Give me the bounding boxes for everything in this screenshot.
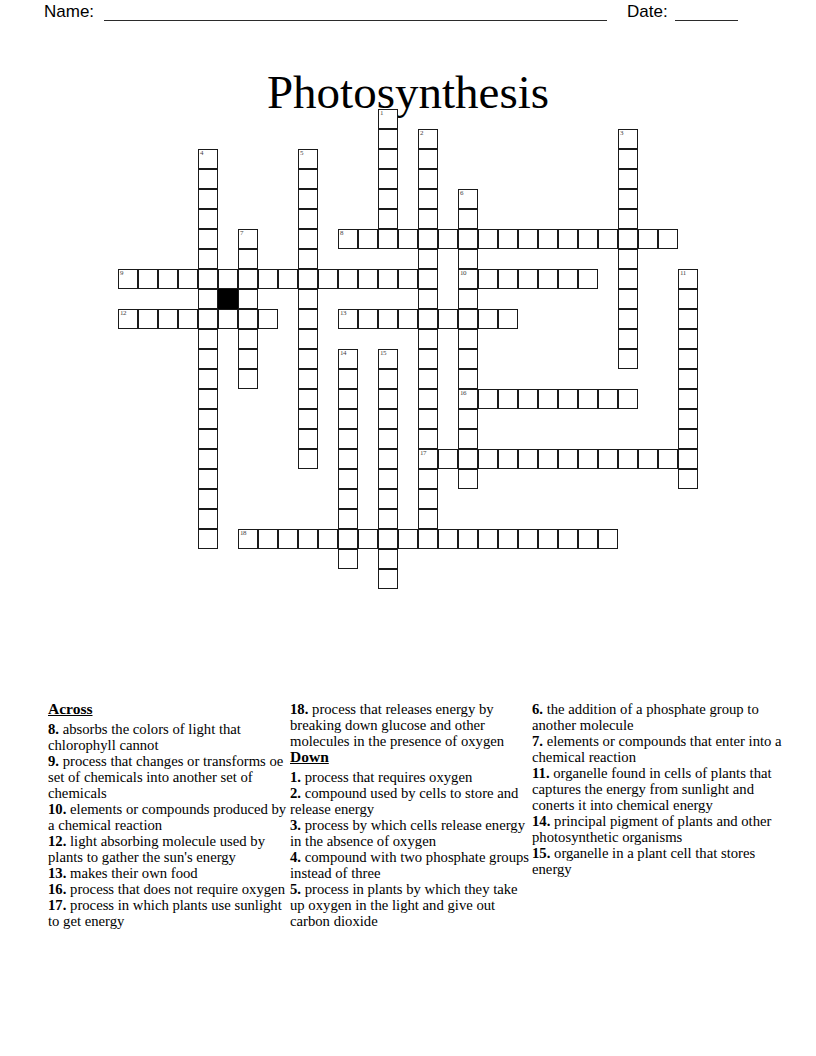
clue-number-label: 13. — [48, 865, 66, 881]
grid-cell — [298, 209, 318, 229]
grid-cell — [478, 529, 498, 549]
grid-cell — [498, 309, 518, 329]
grid-cell — [158, 309, 178, 329]
grid-cell — [198, 229, 218, 249]
clue-number-label: 5. — [290, 881, 301, 897]
grid-cell — [378, 309, 398, 329]
grid-cell: 5 — [298, 149, 318, 169]
grid-cell — [418, 289, 438, 309]
grid-cell — [618, 209, 638, 229]
grid-cell — [518, 269, 538, 289]
grid-cell — [498, 449, 518, 469]
grid-cell — [378, 369, 398, 389]
grid-cell — [458, 209, 478, 229]
grid-cell — [558, 229, 578, 249]
cell-number: 7 — [240, 230, 243, 237]
grid-cell — [498, 389, 518, 409]
name-label: Name: — [44, 2, 94, 22]
grid-cell — [258, 269, 278, 289]
grid-cell — [678, 289, 698, 309]
date-label: Date: — [627, 2, 668, 22]
grid-cell — [438, 449, 458, 469]
clue-number-label: 16. — [48, 881, 66, 897]
grid-cell — [418, 369, 438, 389]
grid-cell — [598, 389, 618, 409]
grid-cell: 12 — [118, 309, 138, 329]
grid-cell — [358, 229, 378, 249]
grid-cell — [338, 409, 358, 429]
grid-cell — [558, 449, 578, 469]
clue-item: 14. principal pigment of plants and othe… — [532, 813, 784, 845]
clue-number-label: 14. — [532, 813, 550, 829]
grid-cell — [438, 229, 458, 249]
grid-cell: 4 — [198, 149, 218, 169]
grid-cell — [458, 409, 478, 429]
clue-item: 2. compound used by cells to store and r… — [290, 785, 533, 817]
grid-cell — [558, 529, 578, 549]
grid-cell — [198, 289, 218, 309]
grid-cell — [198, 349, 218, 369]
cell-number: 2 — [420, 130, 423, 137]
grid-cell — [678, 309, 698, 329]
grid-cell — [198, 429, 218, 449]
grid-cell — [378, 509, 398, 529]
grid-cell — [418, 409, 438, 429]
clue-item: 9. process that changes or transforms oe… — [48, 753, 291, 801]
clue-item: 16. process that does not require oxygen — [48, 881, 291, 897]
grid-cell — [618, 449, 638, 469]
grid-cell — [278, 529, 298, 549]
grid-cell — [298, 269, 318, 289]
grid-cell — [298, 309, 318, 329]
grid-cell — [298, 409, 318, 429]
grid-cell — [198, 409, 218, 429]
clue-text: compound with two phosphate groups inste… — [290, 849, 529, 881]
grid-cell — [378, 149, 398, 169]
grid-cell — [298, 369, 318, 389]
clue-text: elements or compounds produced by a chem… — [48, 801, 286, 833]
grid-cell — [338, 549, 358, 569]
grid-cell — [498, 229, 518, 249]
grid-cell — [258, 529, 278, 549]
clue-item: 3. process by which cells release energy… — [290, 817, 533, 849]
grid-cell — [618, 269, 638, 289]
cell-number: 12 — [120, 310, 126, 317]
grid-cell — [338, 489, 358, 509]
clue-number-label: 3. — [290, 817, 301, 833]
grid-cell — [198, 249, 218, 269]
grid-cell — [198, 169, 218, 189]
grid-cell — [398, 269, 418, 289]
grid-cell — [238, 309, 258, 329]
grid-cell: 8 — [338, 229, 358, 249]
clue-list-heading-down: Down — [290, 749, 533, 765]
grid-cell — [318, 269, 338, 289]
grid-cell — [418, 149, 438, 169]
grid-cell — [618, 149, 638, 169]
grid-cell — [458, 289, 478, 309]
grid-cell — [238, 369, 258, 389]
grid-cell: 7 — [238, 229, 258, 249]
grid-cell — [678, 369, 698, 389]
grid-cell — [678, 409, 698, 429]
cell-number: 4 — [200, 150, 203, 157]
grid-cell — [238, 249, 258, 269]
grid-cell — [378, 269, 398, 289]
clue-number-label: 15. — [532, 845, 550, 861]
name-blank-line — [104, 20, 607, 21]
grid-cell: 10 — [458, 269, 478, 289]
grid-cell — [498, 529, 518, 549]
grid-cell — [298, 429, 318, 449]
clue-text: the addition of a phosphate group to ano… — [532, 701, 759, 733]
clue-text: compound used by cells to store and rele… — [290, 785, 518, 817]
grid-cell — [478, 269, 498, 289]
grid-cell — [658, 229, 678, 249]
clue-text: light absorbing molecule used by plants … — [48, 833, 265, 865]
clue-text: organelle in a plant cell that stores en… — [532, 845, 755, 877]
grid-cell — [298, 289, 318, 309]
grid-cell — [378, 549, 398, 569]
grid-cell — [378, 389, 398, 409]
clue-item: 6. the addition of a phosphate group to … — [532, 701, 784, 733]
grid-cell — [538, 389, 558, 409]
clue-list-heading-across: Across — [48, 701, 291, 717]
grid-cell — [438, 529, 458, 549]
grid-cell — [318, 529, 338, 549]
cell-number: 14 — [340, 350, 346, 357]
clue-text: process by which cells release energy in… — [290, 817, 525, 849]
grid-cell — [138, 309, 158, 329]
grid-cell: 18 — [238, 529, 258, 549]
cell-number: 9 — [120, 270, 123, 277]
grid-cell — [618, 229, 638, 249]
grid-cell — [418, 209, 438, 229]
clue-text: process that requires oxygen — [301, 769, 472, 785]
grid-cell — [238, 329, 258, 349]
grid-cell — [518, 229, 538, 249]
grid-cell — [338, 429, 358, 449]
grid-cell: 15 — [378, 349, 398, 369]
grid-cell — [658, 449, 678, 469]
cell-number: 17 — [420, 450, 426, 457]
grid-cell — [438, 309, 458, 329]
clue-number-label: 4. — [290, 849, 301, 865]
clue-number-label: 7. — [532, 733, 543, 749]
grid-cell — [518, 389, 538, 409]
clue-text: makes their own food — [66, 865, 197, 881]
grid-cell: 11 — [678, 269, 698, 289]
cell-number: 10 — [460, 270, 466, 277]
grid-cell — [358, 529, 378, 549]
grid-cell — [378, 409, 398, 429]
grid-cell — [458, 229, 478, 249]
grid-cell — [418, 169, 438, 189]
clue-column-down: 6. the addition of a phosphate group to … — [532, 701, 784, 877]
clue-number-label: 6. — [532, 701, 543, 717]
grid-cell — [378, 449, 398, 469]
clue-text: principal pigment of plants and other ph… — [532, 813, 771, 845]
grid-cell — [298, 249, 318, 269]
grid-cell — [458, 529, 478, 549]
grid-cell — [218, 269, 238, 289]
grid-cell — [578, 269, 598, 289]
grid-cell — [578, 529, 598, 549]
grid-cell — [518, 449, 538, 469]
grid-cell — [178, 269, 198, 289]
grid-cell — [638, 449, 658, 469]
grid-cell — [298, 529, 318, 549]
clue-item: 10. elements or compounds produced by a … — [48, 801, 291, 833]
grid-cell — [478, 309, 498, 329]
grid-cell — [198, 329, 218, 349]
grid-cell — [678, 349, 698, 369]
grid-cell — [378, 169, 398, 189]
grid-cell — [378, 569, 398, 589]
cell-number: 5 — [300, 150, 303, 157]
grid-cell — [538, 269, 558, 289]
grid-cell — [458, 309, 478, 329]
grid-cell — [178, 309, 198, 329]
grid-cell — [458, 369, 478, 389]
grid-cell — [418, 329, 438, 349]
grid-cell — [198, 389, 218, 409]
grid-cell — [238, 289, 258, 309]
grid-cell — [198, 489, 218, 509]
grid-cell: 17 — [418, 449, 438, 469]
grid-cell — [638, 229, 658, 249]
cell-number: 6 — [460, 190, 463, 197]
grid-cell: 3 — [618, 129, 638, 149]
grid-cell — [398, 309, 418, 329]
grid-cell — [158, 269, 178, 289]
clue-number-label: 1. — [290, 769, 301, 785]
grid-cell — [418, 349, 438, 369]
clue-number-label: 18. — [290, 701, 308, 717]
clue-text: process that changes or transforms oe se… — [48, 753, 283, 801]
grid-cell — [398, 529, 418, 549]
clue-item: 7. elements or compounds that enter into… — [532, 733, 784, 765]
grid-cell — [138, 269, 158, 289]
grid-cell — [418, 509, 438, 529]
grid-cell — [298, 169, 318, 189]
clue-item: 15. organelle in a plant cell that store… — [532, 845, 784, 877]
grid-cell: 9 — [118, 269, 138, 289]
grid-cell: 6 — [458, 189, 478, 209]
cell-number: 18 — [240, 530, 246, 537]
clue-number-label: 12. — [48, 833, 66, 849]
grid-cell — [418, 309, 438, 329]
grid-cell — [618, 389, 638, 409]
clue-number-label: 11. — [532, 765, 550, 781]
clue-item: 5. process in plants by which they take … — [290, 881, 533, 929]
grid-cell — [418, 229, 438, 249]
grid-cell — [578, 449, 598, 469]
grid-cell — [378, 129, 398, 149]
grid-cell — [238, 269, 258, 289]
cell-number: 11 — [680, 270, 686, 277]
clue-text: process that releases energy by breaking… — [290, 701, 504, 749]
grid-cell — [578, 389, 598, 409]
cell-number: 8 — [340, 230, 343, 237]
black-cell — [218, 289, 238, 309]
grid-cell — [378, 469, 398, 489]
grid-cell — [618, 349, 638, 369]
grid-cell — [418, 189, 438, 209]
grid-cell: 13 — [338, 309, 358, 329]
clue-column-across: Across8. absorbs the colors of light tha… — [48, 701, 291, 929]
grid-cell — [338, 369, 358, 389]
cell-number: 3 — [620, 130, 623, 137]
grid-cell — [198, 449, 218, 469]
grid-cell — [378, 529, 398, 549]
grid-cell — [678, 449, 698, 469]
grid-cell — [418, 389, 438, 409]
grid-cell — [418, 429, 438, 449]
date-blank-line — [675, 20, 738, 21]
clue-item: 11. organelle found in cells of plants t… — [532, 765, 784, 813]
grid-cell — [558, 389, 578, 409]
grid-cell — [538, 529, 558, 549]
grid-cell — [458, 249, 478, 269]
clue-text: elements or compounds that enter into a … — [532, 733, 782, 765]
grid-cell — [278, 269, 298, 289]
grid-cell — [678, 389, 698, 409]
grid-cell — [338, 469, 358, 489]
grid-cell — [298, 349, 318, 369]
clue-item: 18. process that releases energy by brea… — [290, 701, 533, 749]
clue-number-label: 8. — [48, 721, 59, 737]
clue-number-label: 9. — [48, 753, 59, 769]
grid-cell: 16 — [458, 389, 478, 409]
grid-cell — [298, 329, 318, 349]
grid-cell — [298, 229, 318, 249]
clue-text: process in plants by which they take up … — [290, 881, 518, 929]
grid-cell — [298, 449, 318, 469]
grid-cell — [598, 529, 618, 549]
grid-cell — [458, 429, 478, 449]
clue-number-label: 2. — [290, 785, 301, 801]
grid-cell — [198, 269, 218, 289]
cell-number: 16 — [460, 390, 466, 397]
grid-cell — [398, 229, 418, 249]
grid-cell — [358, 309, 378, 329]
clue-item: 17. process in which plants use sunlight… — [48, 897, 291, 929]
grid-cell — [678, 429, 698, 449]
clue-text: absorbs the colors of light that chlorop… — [48, 721, 241, 753]
grid-cell — [458, 469, 478, 489]
grid-cell — [618, 309, 638, 329]
grid-cell — [198, 529, 218, 549]
clue-item: 4. compound with two phosphate groups in… — [290, 849, 533, 881]
grid-cell — [578, 229, 598, 249]
grid-cell — [198, 509, 218, 529]
cell-number: 15 — [380, 350, 386, 357]
clue-text: organelle found in cells of plants that … — [532, 765, 772, 813]
grid-cell — [618, 169, 638, 189]
clue-item: 1. process that requires oxygen — [290, 769, 533, 785]
grid-cell — [338, 269, 358, 289]
clue-column-middle: 18. process that releases energy by brea… — [290, 701, 533, 929]
grid-cell — [258, 309, 278, 329]
grid-cell — [598, 229, 618, 249]
grid-cell — [378, 229, 398, 249]
clue-item: 8. absorbs the colors of light that chlo… — [48, 721, 291, 753]
clue-item: 12. light absorbing molecule used by pla… — [48, 833, 291, 865]
grid-cell — [198, 309, 218, 329]
cell-number: 1 — [380, 110, 383, 117]
grid-cell — [678, 469, 698, 489]
grid-cell — [418, 249, 438, 269]
clue-text: process that does not require oxygen — [66, 881, 285, 897]
grid-cell — [618, 249, 638, 269]
grid-cell — [198, 209, 218, 229]
grid-cell — [198, 189, 218, 209]
clue-text: process in which plants use sunlight to … — [48, 897, 282, 929]
grid-cell — [498, 269, 518, 289]
grid-cell — [378, 489, 398, 509]
cell-number: 13 — [340, 310, 346, 317]
clue-number-label: 17. — [48, 897, 66, 913]
grid-cell — [338, 509, 358, 529]
grid-cell — [338, 449, 358, 469]
clue-number-label: 10. — [48, 801, 66, 817]
grid-cell — [338, 389, 358, 409]
grid-cell — [358, 269, 378, 289]
grid-cell — [238, 349, 258, 369]
grid-cell — [198, 369, 218, 389]
grid-cell — [538, 229, 558, 249]
grid-cell — [418, 529, 438, 549]
grid-cell — [298, 189, 318, 209]
grid-cell — [618, 189, 638, 209]
grid-cell — [478, 229, 498, 249]
grid-cell — [618, 329, 638, 349]
grid-cell — [198, 469, 218, 489]
grid-cell — [218, 309, 238, 329]
grid-cell — [478, 449, 498, 469]
grid-cell — [538, 449, 558, 469]
grid-cell — [678, 329, 698, 349]
grid-cell — [418, 489, 438, 509]
grid-cell — [598, 449, 618, 469]
grid-cell — [618, 289, 638, 309]
grid-cell — [478, 389, 498, 409]
grid-cell — [338, 529, 358, 549]
grid-cell — [378, 429, 398, 449]
grid-cell — [458, 449, 478, 469]
grid-cell — [458, 349, 478, 369]
grid-cell — [298, 389, 318, 409]
grid-cell — [518, 529, 538, 549]
grid-cell: 1 — [378, 109, 398, 129]
grid-cell — [418, 469, 438, 489]
grid-cell — [378, 209, 398, 229]
clue-item: 13. makes their own food — [48, 865, 291, 881]
grid-cell: 14 — [338, 349, 358, 369]
grid-cell — [418, 269, 438, 289]
grid-cell — [458, 329, 478, 349]
grid-cell: 2 — [418, 129, 438, 149]
crossword-grid: 123456789101112131415161718 — [118, 109, 698, 589]
grid-cell — [378, 189, 398, 209]
grid-cell — [558, 269, 578, 289]
